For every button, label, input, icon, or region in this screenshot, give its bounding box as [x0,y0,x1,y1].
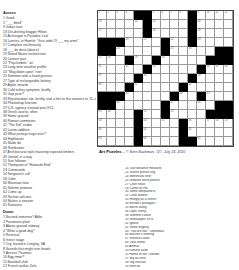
grid-cell [215,38,224,47]
cell-number: 6 [161,11,163,14]
grid-cell [179,20,188,29]
grid-cell [197,119,206,128]
grid-cell: 29 [134,56,143,65]
grid-cell-black [107,38,116,47]
cell-number: 47 [170,101,173,104]
cell-number: 31 [98,65,101,68]
grid-cell [116,20,125,29]
grid-cell: 42 [188,83,197,92]
grid-cell: 7 [170,11,179,20]
grid-cell [134,65,143,74]
grid-cell: 58 [215,119,224,128]
grid-cell [206,74,215,83]
grid-cell [143,47,152,56]
grid-cell: 38 [143,74,152,83]
cell-number: 39 [197,74,200,77]
grid-cell [161,137,170,146]
grid-cell: 35 [215,65,224,74]
cell-number: 61 [143,128,146,131]
cell-number: 12 [224,11,227,14]
cell-number: 13 [98,20,101,23]
grid-cell: 30 [161,56,170,65]
grid-cell: 50 [107,110,116,119]
grid-cell [116,137,125,146]
grid-cell [143,92,152,101]
cell-number: 3 [116,11,118,14]
cell-number: 25 [170,47,173,50]
grid-cell: 21 [143,38,152,47]
cell-number: 46 [116,101,119,104]
grid-cell: 28 [107,56,116,65]
grid-cell [161,65,170,74]
grid-cell [125,110,134,119]
cell-number: 17 [98,29,101,32]
puzzle-credit: Art Puzzles – © Sven Bachman, #27, July … [99,149,237,155]
grid-cell [125,47,134,56]
cell-number: 55 [161,119,164,122]
cell-number: 51 [143,110,146,113]
grid-cell [170,83,179,92]
grid-cell-black [134,128,143,137]
clue-item: 12 French author Zola [3,264,96,268]
grid-cell [161,29,170,38]
grid-cell [224,128,233,137]
grid-cell: 55 [161,119,170,128]
grid-cell [152,119,161,128]
grid-cell-black [188,137,197,146]
cell-number: 10 [206,11,209,14]
grid-cell [224,74,233,83]
grid-cell: 23 [197,38,206,47]
grid-cell [206,20,215,29]
grid-cell [116,74,125,83]
grid-cell: 41 [134,83,143,92]
grid-cell: 20 [125,38,134,47]
grid-cell [125,101,134,110]
down-clue-list-left: 1 Second semester? Abbr.2 Poisonous plan… [3,215,96,268]
grid-cell [125,128,134,137]
grid-cell [152,137,161,146]
grid-cell [107,29,116,38]
grid-cell [188,56,197,65]
cell-number: 62 [188,128,191,131]
grid-cell [170,65,179,74]
grid-cell: 52 [170,110,179,119]
cell-number: 34 [206,65,209,68]
grid-cell [197,47,206,56]
grid-cell: 63 [98,137,107,146]
grid-cell [125,74,134,83]
grid-cell [170,20,179,29]
cell-number: 37 [98,74,101,77]
grid-cell [206,101,215,110]
cell-number: 2 [107,11,109,14]
grid-cell [188,101,197,110]
grid-cell: 11 [215,11,224,20]
cell-number: 64 [143,137,146,140]
cell-number: 52 [170,110,173,113]
grid-cell [107,128,116,137]
grid-cell: 8 [179,11,188,20]
grid-cell: 44 [179,92,188,101]
grid-cell [170,119,179,128]
crossword-grid: 1234567891011121314151617181920212223242… [97,10,234,147]
grid-cell [107,20,116,29]
cell-number: 23 [197,38,200,41]
grid-cell: 45 [206,92,215,101]
grid-cell [152,128,161,137]
grid-cell-black [143,20,152,29]
grid-cell-black [134,137,143,146]
grid-cell [170,128,179,137]
cell-number: 54 [143,119,146,122]
grid-cell [215,20,224,29]
cell-number: 11 [215,11,218,14]
cell-number: 48 [197,101,200,104]
across-header: Across [3,11,96,15]
grid-cell [152,110,161,119]
grid-cell [188,65,197,74]
cell-number: 65 [197,137,200,140]
grid-cell [179,47,188,56]
grid-cell-black [179,137,188,146]
grid-cell [224,137,233,146]
cell-number: 29 [134,56,137,59]
cell-number: 44 [179,92,182,95]
grid-cell [206,47,215,56]
cell-number: 30 [161,56,164,59]
grid-cell-black [179,119,188,128]
grid-cell [179,110,188,119]
grid-cell [224,83,233,92]
down-clue-column: 14 Tour distance measure21 Sixties prote… [125,167,237,269]
grid-cell: 36 [224,65,233,74]
grid-cell [179,101,188,110]
cell-number: 41 [134,83,137,86]
cell-number: 60 [98,128,101,131]
grid-cell: 10 [206,11,215,20]
grid-cell [116,56,125,65]
clue-item: 65 Nuisance [3,203,96,207]
grid-cell [152,38,161,47]
grid-cell [152,47,161,56]
grid-cell [143,83,152,92]
grid-cell [161,128,170,137]
cell-number: 21 [143,38,146,41]
grid-cell [143,56,152,65]
cell-number: 59 [224,119,227,122]
grid-cell [224,92,233,101]
grid-cell [179,38,188,47]
cell-number: 58 [215,119,218,122]
grid-cell-black [143,11,152,20]
grid-cell [107,65,116,74]
cell-number: 42 [188,83,191,86]
grid-cell [215,137,224,146]
grid-cell: 6 [161,11,170,20]
cell-number: 36 [224,65,227,68]
grid-cell [161,74,170,83]
grid-cell [152,83,161,92]
cell-number: 40 [98,83,101,86]
grid-cell [161,92,170,101]
grid-cell [107,83,116,92]
grid-cell-black [98,92,107,101]
grid-cell: 34 [206,65,215,74]
grid-cell [125,119,134,128]
cell-number: 32 [125,65,128,68]
grid-cell [224,20,233,29]
clue-item: 59 Wee bit [125,265,237,269]
grid-cell: 12 [224,11,233,20]
grid-cell [197,56,206,65]
grid-cell-black [188,11,197,20]
cell-number: 45 [206,92,209,95]
grid-cell: 26 [188,47,197,56]
grid-cell [116,83,125,92]
grid-cell: 46 [116,101,125,110]
grid-cell [197,83,206,92]
grid-cell [206,128,215,137]
grid-cell [107,74,116,83]
grid-cell [152,101,161,110]
grid-cell [224,29,233,38]
grid-cell [188,92,197,101]
grid-cell: 43 [125,92,134,101]
grid-cell: 3 [116,11,125,20]
grid-cell: 25 [170,47,179,56]
cell-number: 8 [179,11,181,14]
down-header: Down [3,210,96,214]
grid-cell: 32 [125,65,134,74]
grid-cell [134,29,143,38]
grid-cell-black [179,128,188,137]
cell-number: 38 [143,74,146,77]
grid-cell: 62 [188,128,197,137]
across-clue-column: Across 1 Goad5 "___ blind"9 Indian tune1… [3,11,96,269]
grid-cell [215,92,224,101]
grid-cell-black [188,29,197,38]
grid-cell [179,56,188,65]
grid-cell [134,92,143,101]
puzzle-credit-text: – © Sven Bachman, #27, July 23, 2010 [123,150,185,154]
cell-number: 56 [188,119,191,122]
grid-cell: 39 [197,74,206,83]
grid-cell [179,74,188,83]
cell-number: 49 [98,110,101,113]
grid-cell [134,101,143,110]
cell-number: 16 [197,20,200,23]
grid-cell: 57 [206,119,215,128]
cell-number: 20 [125,38,128,41]
grid-cell: 65 [197,137,206,146]
grid-cell [107,137,116,146]
cell-number: 19 [197,29,200,32]
grid-cell: 18 [152,29,161,38]
grid-cell-black [107,92,116,101]
crossword-grid-cells: 1234567891011121314151617181920212223242… [98,11,233,146]
grid-cell-black [224,47,233,56]
cell-number: 50 [107,110,110,113]
cell-number: 18 [152,29,155,32]
cell-number: 53 [98,119,101,122]
grid-cell [215,74,224,83]
grid-cell [215,83,224,92]
grid-cell [224,38,233,47]
grid-cell [170,56,179,65]
cell-number: 57 [206,119,209,122]
grid-cell-black [188,20,197,29]
grid-cell-black [215,101,224,110]
cell-number: 26 [188,47,191,50]
down-clue-list-right: 14 Tour distance measure21 Sixties prote… [125,167,237,269]
grid-cell: 17 [98,29,107,38]
grid-cell-black [134,119,143,128]
grid-cell [107,119,116,128]
grid-cell: 33 [152,65,161,74]
grid-cell [116,29,125,38]
grid-cell: 40 [98,83,107,92]
cell-number: 7 [170,11,172,14]
cell-number: 63 [98,137,101,140]
grid-cell [125,137,134,146]
grid-cell [116,119,125,128]
grid-cell [206,137,215,146]
grid-cell [206,38,215,47]
cell-number: 15 [152,20,155,23]
grid-cell [161,83,170,92]
grid-cell [152,74,161,83]
grid-cell [206,29,215,38]
cell-number: 35 [215,65,218,68]
cell-number: 1 [98,11,100,14]
grid-cell [116,65,125,74]
grid-cell [170,137,179,146]
grid-cell: 14 [134,20,143,29]
grid-cell [116,128,125,137]
grid-cell: 48 [197,101,206,110]
puzzle-title: Art Puzzles [99,149,122,154]
grid-cell: 64 [143,137,152,146]
grid-cell-black [161,38,170,47]
grid-cell-black [215,47,224,56]
cell-number: 5 [152,11,154,14]
cell-number: 27 [98,56,101,59]
cell-number: 33 [152,65,155,68]
cell-number: 9 [197,11,199,14]
across-clue-list: 1 Goad5 "___ blind"9 Indian tune13 Dirt-… [3,16,96,207]
cell-number: 14 [134,20,137,23]
grid-cell: 2 [107,11,116,20]
cell-number: 43 [125,92,128,95]
grid-cell [161,20,170,29]
grid-cell: 59 [224,119,233,128]
grid-cell: 24 [116,47,125,56]
cell-number: 28 [107,56,110,59]
grid-cell [170,74,179,83]
grid-cell [152,92,161,101]
grid-cell-black [224,101,233,110]
grid-cell [125,20,134,29]
grid-cell [197,110,206,119]
grid-cell [179,65,188,74]
grid-cell-black [98,38,107,47]
grid-cell [116,110,125,119]
grid-cell-black [161,101,170,110]
grid-cell-black [134,110,143,119]
grid-cell [179,29,188,38]
cell-number: 22 [170,38,173,41]
grid-cell [215,128,224,137]
grid-cell: 4 [125,11,134,20]
cell-number: 24 [116,47,119,50]
cell-number: 4 [125,11,127,14]
grid-cell [134,38,143,47]
grid-cell [215,29,224,38]
